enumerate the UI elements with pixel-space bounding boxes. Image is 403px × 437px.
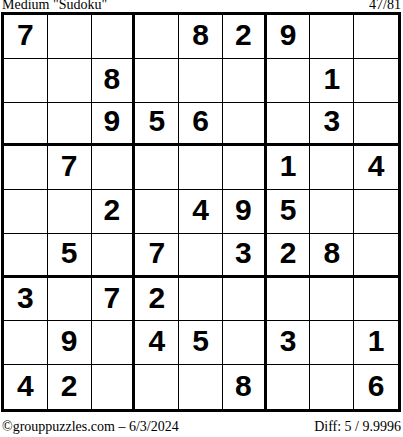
cell-r1c9[interactable] [354,15,398,59]
difficulty-text: Diff: 5 / 9.9996 [314,420,401,434]
cell-r8c9: 1 [354,321,398,365]
cell-r8c2: 9 [48,321,92,365]
cell-r7c1: 3 [4,278,48,322]
cell-r2c5[interactable] [179,59,223,103]
sudoku-board: 7829819563714249557328372945314286 [1,12,401,412]
puzzle-title: Medium "Sudoku" [2,0,107,12]
cell-r6c6: 3 [223,234,267,278]
cell-r1c3[interactable] [92,15,136,59]
cell-r8c6[interactable] [223,321,267,365]
cell-r1c6: 2 [223,15,267,59]
cell-r9c2: 2 [48,365,92,409]
cell-r8c3[interactable] [92,321,136,365]
cell-r4c8[interactable] [310,146,354,190]
cell-r4c6[interactable] [223,146,267,190]
cell-r5c9[interactable] [354,190,398,234]
cell-r2c3: 8 [92,59,136,103]
cell-r1c8[interactable] [310,15,354,59]
cell-r4c4[interactable] [135,146,179,190]
cell-r1c7: 9 [267,15,311,59]
cell-r4c2: 7 [48,146,92,190]
cell-r9c6: 8 [223,365,267,409]
cell-r2c8: 1 [310,59,354,103]
cell-r7c5[interactable] [179,278,223,322]
blank-cell-counter: 47/81 [369,0,401,12]
cell-r5c2[interactable] [48,190,92,234]
cell-r7c2[interactable] [48,278,92,322]
cell-r3c8: 3 [310,103,354,147]
cell-r5c3: 2 [92,190,136,234]
cell-r5c4[interactable] [135,190,179,234]
cell-r3c5: 6 [179,103,223,147]
cell-r1c4[interactable] [135,15,179,59]
cell-r2c2[interactable] [48,59,92,103]
cell-r6c8: 8 [310,234,354,278]
cell-r4c3[interactable] [92,146,136,190]
cell-r6c4: 7 [135,234,179,278]
cell-r7c7[interactable] [267,278,311,322]
cell-r2c1[interactable] [4,59,48,103]
cell-r7c8[interactable] [310,278,354,322]
cell-r6c7: 2 [267,234,311,278]
cell-r4c9: 4 [354,146,398,190]
cell-r9c5[interactable] [179,365,223,409]
cell-r6c5[interactable] [179,234,223,278]
cell-r8c4: 4 [135,321,179,365]
cell-r2c6[interactable] [223,59,267,103]
cell-r4c1[interactable] [4,146,48,190]
cell-r3c1[interactable] [4,103,48,147]
cell-r5c1[interactable] [4,190,48,234]
cell-r3c9[interactable] [354,103,398,147]
cell-r2c9[interactable] [354,59,398,103]
cell-r6c1[interactable] [4,234,48,278]
cell-r3c6[interactable] [223,103,267,147]
cell-r7c4: 2 [135,278,179,322]
cell-r4c7: 1 [267,146,311,190]
cell-r8c1[interactable] [4,321,48,365]
cell-r3c4: 5 [135,103,179,147]
cell-r8c7: 3 [267,321,311,365]
cell-r5c5: 4 [179,190,223,234]
cell-r1c5: 8 [179,15,223,59]
cell-r4c5[interactable] [179,146,223,190]
cell-r3c3: 9 [92,103,136,147]
cell-r3c7[interactable] [267,103,311,147]
cell-r7c9[interactable] [354,278,398,322]
cell-r8c8[interactable] [310,321,354,365]
cell-r1c2[interactable] [48,15,92,59]
cell-r9c1: 4 [4,365,48,409]
cell-r1c1: 7 [4,15,48,59]
footer: ©grouppuzzles.com – 6/3/2024 Diff: 5 / 9… [2,420,401,434]
cell-r9c3[interactable] [92,365,136,409]
copyright-text: ©grouppuzzles.com – 6/3/2024 [2,420,179,434]
cell-r6c2: 5 [48,234,92,278]
cell-r9c8[interactable] [310,365,354,409]
cell-r5c6: 9 [223,190,267,234]
sudoku-page: Medium "Sudoku" 47/81 782981956371424955… [0,0,403,437]
cell-r2c7[interactable] [267,59,311,103]
cell-r3c2[interactable] [48,103,92,147]
cell-r7c6[interactable] [223,278,267,322]
cell-r9c7[interactable] [267,365,311,409]
cell-r6c9[interactable] [354,234,398,278]
cell-r5c7: 5 [267,190,311,234]
cell-r5c8[interactable] [310,190,354,234]
cell-r7c3: 7 [92,278,136,322]
cell-r2c4[interactable] [135,59,179,103]
cell-r9c4[interactable] [135,365,179,409]
header: Medium "Sudoku" 47/81 [2,0,401,12]
cell-r6c3[interactable] [92,234,136,278]
cell-r8c5: 5 [179,321,223,365]
cell-r9c9: 6 [354,365,398,409]
